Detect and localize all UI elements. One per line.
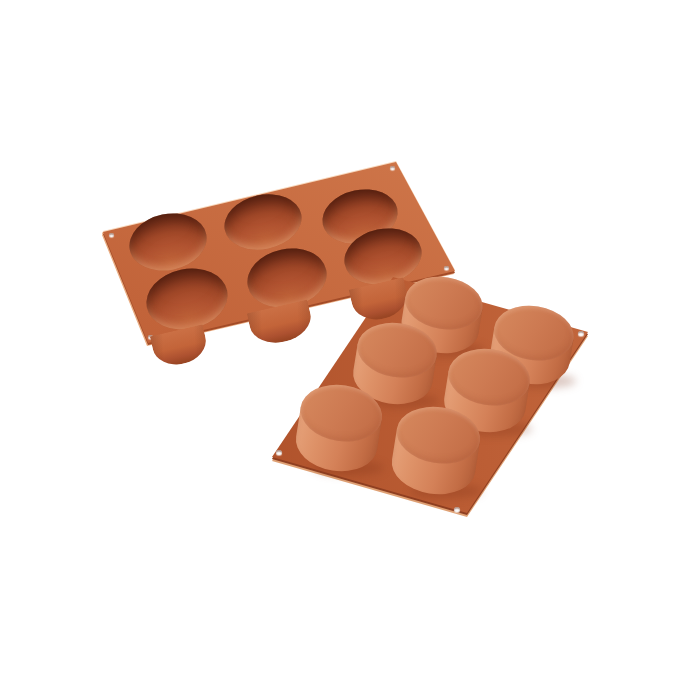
- cylinder-side: [292, 407, 382, 477]
- mold-flipped: [0, 0, 700, 700]
- mold-face-up-bulges: [0, 0, 700, 700]
- cylinder-contact-shadow: [314, 461, 384, 475]
- cavity-underside-bulge: [349, 277, 412, 325]
- mold-face-up-plate: [0, 0, 700, 700]
- cylinder-top-face: [393, 401, 485, 469]
- hanging-hole: [109, 233, 114, 237]
- mold-flipped-plate: [0, 0, 700, 700]
- mold-cylinder: [388, 401, 485, 500]
- cavity: [141, 261, 234, 337]
- cavity-underside-bulge: [150, 324, 210, 369]
- mold-face-up: [0, 0, 700, 700]
- cavity: [242, 241, 332, 314]
- cavity: [124, 207, 212, 278]
- cylinder-top-face: [444, 343, 534, 411]
- cylinder-contact-shadow: [419, 343, 485, 357]
- cylinder-side: [486, 327, 573, 390]
- cylinder-top-face: [490, 300, 577, 366]
- cylinder-side: [349, 344, 436, 410]
- mold-cylinder: [292, 379, 386, 477]
- hanging-hole: [454, 507, 460, 512]
- product-photo: [0, 0, 700, 700]
- cavity: [219, 187, 307, 256]
- cylinder-side: [440, 371, 530, 438]
- hanging-hole: [276, 450, 282, 455]
- cylinder-top-face: [401, 271, 486, 335]
- cavity: [339, 221, 427, 291]
- hanging-hole: [148, 335, 153, 339]
- cavity: [317, 182, 402, 250]
- mold-cylinder: [349, 317, 441, 410]
- mold-cylinder: [398, 271, 487, 358]
- cylinder-top-face: [296, 379, 386, 447]
- cylinder-contact-shadow: [371, 394, 439, 408]
- cylinder-contact-shadow: [410, 484, 481, 498]
- mold-cylinder: [486, 300, 577, 390]
- cylinder-contact-shadow: [462, 422, 532, 436]
- mold-flipped-cylinders: [0, 0, 700, 700]
- hanging-hole: [390, 166, 395, 170]
- cylinder-side: [398, 297, 483, 359]
- hanging-hole: [444, 266, 449, 270]
- cylinder-top-face: [353, 317, 440, 383]
- cavity-underside-bulge: [247, 299, 316, 348]
- cylinder-side: [388, 429, 480, 500]
- cylinder-contact-shadow: [508, 374, 576, 388]
- hanging-hole: [578, 331, 584, 336]
- mold-face-up-details: [0, 0, 700, 700]
- mold-cylinder: [440, 343, 534, 438]
